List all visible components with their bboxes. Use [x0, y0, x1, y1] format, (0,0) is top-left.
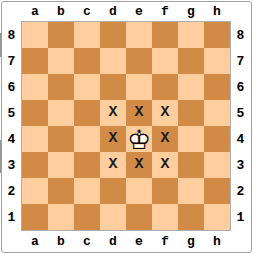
square-c1[interactable] — [74, 204, 100, 230]
square-g8[interactable] — [178, 22, 204, 48]
move-mark-x-e3: X — [134, 157, 143, 172]
square-f1[interactable] — [152, 204, 178, 230]
file-label-g: g — [178, 3, 204, 19]
square-c6[interactable] — [74, 74, 100, 100]
square-a4[interactable] — [22, 126, 48, 152]
file-label-c: c — [74, 233, 100, 249]
square-d2[interactable] — [100, 178, 126, 204]
white-king[interactable]: ♚♔ — [126, 126, 152, 152]
left-edge-artifact — [0, 33, 1, 57]
square-c8[interactable] — [74, 22, 100, 48]
rank-label-1: 1 — [4, 204, 19, 230]
square-f4[interactable]: X — [152, 126, 178, 152]
square-e7[interactable] — [126, 48, 152, 74]
move-mark-x-f4: X — [160, 131, 169, 146]
rank-label-4: 4 — [233, 126, 248, 152]
square-b1[interactable] — [48, 204, 74, 230]
square-g1[interactable] — [178, 204, 204, 230]
square-c2[interactable] — [74, 178, 100, 204]
rank-label-8: 8 — [4, 22, 19, 48]
square-e5[interactable]: X — [126, 100, 152, 126]
square-a1[interactable] — [22, 204, 48, 230]
rank-label-4: 4 — [4, 126, 19, 152]
square-a3[interactable] — [22, 152, 48, 178]
square-c5[interactable] — [74, 100, 100, 126]
square-b4[interactable] — [48, 126, 74, 152]
file-labels-bottom: abcdefgh — [22, 233, 230, 249]
square-a7[interactable] — [22, 48, 48, 74]
square-f3[interactable]: X — [152, 152, 178, 178]
file-label-c: c — [74, 3, 100, 19]
square-b6[interactable] — [48, 74, 74, 100]
file-labels-top: abcdefgh — [22, 3, 230, 19]
rank-label-3: 3 — [4, 152, 19, 178]
file-label-e: e — [126, 233, 152, 249]
square-d6[interactable] — [100, 74, 126, 100]
square-d7[interactable] — [100, 48, 126, 74]
square-g6[interactable] — [178, 74, 204, 100]
square-e6[interactable] — [126, 74, 152, 100]
left-edge-artifact — [0, 140, 1, 173]
square-b7[interactable] — [48, 48, 74, 74]
rank-label-8: 8 — [233, 22, 248, 48]
rank-label-3: 3 — [233, 152, 248, 178]
square-h5[interactable] — [204, 100, 230, 126]
square-a6[interactable] — [22, 74, 48, 100]
square-e3[interactable]: X — [126, 152, 152, 178]
rank-label-7: 7 — [4, 48, 19, 74]
square-e2[interactable] — [126, 178, 152, 204]
rank-label-7: 7 — [233, 48, 248, 74]
square-g5[interactable] — [178, 100, 204, 126]
rank-label-5: 5 — [233, 100, 248, 126]
move-mark-x-e5: X — [134, 105, 143, 120]
square-g2[interactable] — [178, 178, 204, 204]
rank-labels-left: 87654321 — [4, 22, 19, 230]
square-g7[interactable] — [178, 48, 204, 74]
square-h8[interactable] — [204, 22, 230, 48]
square-a2[interactable] — [22, 178, 48, 204]
square-a8[interactable] — [22, 22, 48, 48]
file-label-g: g — [178, 233, 204, 249]
file-label-b: b — [48, 233, 74, 249]
square-f7[interactable] — [152, 48, 178, 74]
file-label-f: f — [152, 3, 178, 19]
square-e1[interactable] — [126, 204, 152, 230]
square-b2[interactable] — [48, 178, 74, 204]
file-label-a: a — [22, 3, 48, 19]
file-label-e: e — [126, 3, 152, 19]
square-d5[interactable]: X — [100, 100, 126, 126]
white-king-outline: ♔ — [126, 126, 152, 152]
move-mark-x-d5: X — [108, 105, 117, 120]
move-mark-x-d4: X — [108, 131, 117, 146]
file-label-b: b — [48, 3, 74, 19]
square-f8[interactable] — [152, 22, 178, 48]
square-d8[interactable] — [100, 22, 126, 48]
rank-label-6: 6 — [4, 74, 19, 100]
square-g3[interactable] — [178, 152, 204, 178]
square-e4[interactable]: ♚♔ — [126, 126, 152, 152]
square-f2[interactable] — [152, 178, 178, 204]
rank-label-5: 5 — [4, 100, 19, 126]
rank-labels-right: 87654321 — [233, 22, 248, 230]
square-h4[interactable] — [204, 126, 230, 152]
chess-diagram: abcdefgh abcdefgh 87654321 87654321 XXXX… — [0, 0, 253, 254]
square-d4[interactable]: X — [100, 126, 126, 152]
file-label-d: d — [100, 3, 126, 19]
square-h3[interactable] — [204, 152, 230, 178]
square-c4[interactable] — [74, 126, 100, 152]
file-label-h: h — [204, 233, 230, 249]
file-label-h: h — [204, 3, 230, 19]
square-f6[interactable] — [152, 74, 178, 100]
square-b3[interactable] — [48, 152, 74, 178]
move-mark-x-d3: X — [108, 157, 117, 172]
square-g4[interactable] — [178, 126, 204, 152]
square-h1[interactable] — [204, 204, 230, 230]
file-label-d: d — [100, 233, 126, 249]
square-c7[interactable] — [74, 48, 100, 74]
square-h2[interactable] — [204, 178, 230, 204]
square-e8[interactable] — [126, 22, 152, 48]
square-b5[interactable] — [48, 100, 74, 126]
square-c3[interactable] — [74, 152, 100, 178]
square-h6[interactable] — [204, 74, 230, 100]
square-a5[interactable] — [22, 100, 48, 126]
move-mark-x-f5: X — [160, 105, 169, 120]
square-h7[interactable] — [204, 48, 230, 74]
square-f5[interactable]: X — [152, 100, 178, 126]
square-b8[interactable] — [48, 22, 74, 48]
rank-label-2: 2 — [4, 178, 19, 204]
rank-label-1: 1 — [233, 204, 248, 230]
square-d3[interactable]: X — [100, 152, 126, 178]
file-label-f: f — [152, 233, 178, 249]
rank-label-6: 6 — [233, 74, 248, 100]
square-d1[interactable] — [100, 204, 126, 230]
board: XXXX♚♔XXXX — [21, 21, 231, 231]
rank-label-2: 2 — [233, 178, 248, 204]
move-mark-x-f3: X — [160, 157, 169, 172]
file-label-a: a — [22, 233, 48, 249]
